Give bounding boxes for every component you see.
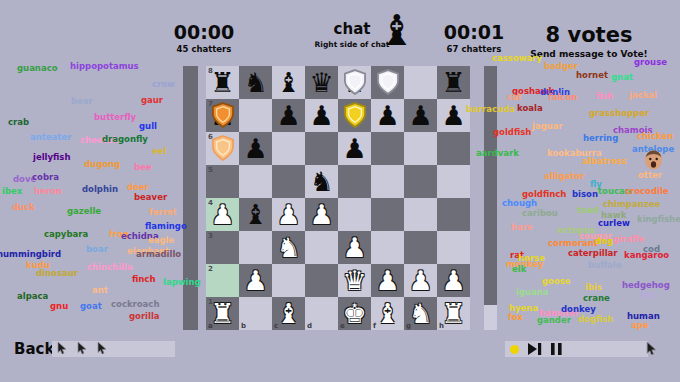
- chatter-name-buffalo: buffalo: [588, 261, 622, 270]
- square-f7[interactable]: ♟: [371, 99, 404, 132]
- chatter-name-alligator: alligator: [544, 172, 584, 181]
- right-clock-time: 00:01: [444, 21, 504, 43]
- square-e2[interactable]: ♛: [338, 264, 371, 297]
- chatter-name-hyena: hyena: [509, 304, 538, 313]
- chatter-name-goshawk: goshawk: [512, 87, 554, 96]
- chatter-name-hornet: hornet: [576, 71, 608, 80]
- square-a6[interactable]: 6: [206, 132, 239, 165]
- rank-label-1: 1: [208, 298, 213, 306]
- chatter-name-dinosaur: dinosaur: [36, 269, 78, 278]
- votes-hint: Send message to Vote!: [530, 49, 647, 59]
- chatter-name-crocodile: crocodile: [625, 187, 669, 196]
- square-d8[interactable]: ♛: [305, 66, 338, 99]
- app-window: 00:00 45 chatters chat Right side of cha…: [0, 0, 680, 382]
- rank-label-2: 2: [208, 265, 213, 273]
- chatter-name-kingfisher: kingfisher: [637, 215, 680, 224]
- chatter-name-crow: crow: [152, 80, 175, 89]
- right-chatter-bar-thumb: [484, 305, 497, 330]
- chatter-name-chimpanzee: chimpanzee: [603, 200, 660, 209]
- square-b2[interactable]: ♟: [239, 264, 272, 297]
- square-c3[interactable]: ♞: [272, 231, 305, 264]
- skip-button[interactable]: [528, 340, 542, 359]
- white-queen-e2: ♛: [338, 264, 371, 297]
- square-a8[interactable]: 8♜: [206, 66, 239, 99]
- square-g2[interactable]: ♟: [404, 264, 437, 297]
- chatter-name-jay: jay: [641, 290, 655, 299]
- orange-vote-shield-icon: [212, 101, 234, 127]
- chatter-name-aardvark: aardvark: [476, 149, 519, 158]
- square-h3[interactable]: [437, 231, 470, 264]
- square-e3[interactable]: ♟: [338, 231, 371, 264]
- square-a4[interactable]: 4♟: [206, 198, 239, 231]
- square-a5[interactable]: 5: [206, 165, 239, 198]
- black-bishop-c8: ♝: [272, 66, 305, 99]
- chatter-name-ibis: ibis: [585, 283, 602, 292]
- square-e4[interactable]: [338, 198, 371, 231]
- chatter-name-eagle: eagle: [148, 236, 174, 245]
- square-e1[interactable]: e♚: [338, 297, 371, 330]
- white-pawn-e3: ♟: [338, 231, 371, 264]
- chatter-name-cormorant: cormorant: [548, 239, 598, 248]
- chatter-name-echidna: echidna: [121, 232, 159, 241]
- chatter-name-dog: dog: [595, 237, 613, 246]
- chatter-name-curlew: curlew: [598, 219, 630, 228]
- chatter-name-chinchilla: chinchilla: [87, 263, 133, 272]
- chatter-name-jaguar: jaguar: [532, 122, 563, 131]
- chatter-name-cockroach: cockroach: [111, 300, 159, 309]
- chatter-name-chough: chough: [502, 199, 537, 208]
- chatter-name-gaur: gaur: [141, 96, 163, 105]
- chatter-name-fox: fox: [508, 313, 523, 322]
- rank-label-8: 8: [208, 67, 213, 75]
- square-f2[interactable]: ♟: [371, 264, 404, 297]
- chatter-name-cobra: cobra: [32, 173, 59, 182]
- pale-orange-vote-shield-icon: [212, 134, 234, 160]
- square-a3[interactable]: 3: [206, 231, 239, 264]
- chatter-name-toad: toad: [577, 206, 599, 215]
- square-f5[interactable]: [371, 165, 404, 198]
- chatter-name-dolphin: dolphin: [82, 185, 118, 194]
- chatter-name-caterpillar: caterpillar: [568, 249, 618, 258]
- square-f1[interactable]: f♝: [371, 297, 404, 330]
- square-c6[interactable]: [272, 132, 305, 165]
- chatter-name-crab: crab: [8, 118, 29, 127]
- file-label-d: d: [307, 322, 312, 330]
- chatter-name-hamster: hamster: [539, 309, 579, 318]
- chatter-name-caribou: caribou: [522, 209, 558, 218]
- square-h1[interactable]: h♜: [437, 297, 470, 330]
- square-c8[interactable]: ♝: [272, 66, 305, 99]
- file-label-b: b: [241, 322, 246, 330]
- chatter-name-dove: dove: [13, 175, 36, 184]
- file-label-f: f: [373, 322, 376, 330]
- chatter-name-dragonfly: dragonfly: [102, 135, 148, 144]
- chatter-name-elk: elk: [512, 265, 526, 274]
- chatter-name-dogfish: dogfish: [578, 315, 613, 324]
- white-vote-shield-icon: [344, 68, 366, 94]
- square-a7[interactable]: 7♟: [206, 99, 239, 132]
- square-b3[interactable]: [239, 231, 272, 264]
- black-bishop-icon: ♝: [378, 10, 416, 52]
- chatter-name-kangaroo: kangaroo: [624, 251, 669, 260]
- chatter-name-hedgehog: hedgehog: [622, 281, 670, 290]
- cursor-icon[interactable]: [57, 340, 68, 359]
- cursor-icon[interactable]: [97, 340, 108, 359]
- square-d2[interactable]: [305, 264, 338, 297]
- chatter-name-horse: horse: [518, 254, 545, 263]
- chess-board[interactable]: 8♜♞♝♛♚♜7♟♟♟♟♟♟6♟♟5♞4♟♝♟♟3♞♟2♟♛♟♟♟1a♜bc♝d…: [206, 66, 470, 330]
- chatter-name-hummingbird: hummingbird: [0, 250, 61, 259]
- chatter-name-grasshopper: grasshopper: [589, 109, 649, 118]
- square-g8[interactable]: [404, 66, 437, 99]
- chatter-name-giraffe: giraffe: [613, 235, 645, 244]
- square-b4[interactable]: ♝: [239, 198, 272, 231]
- white-vote-shield-icon: [377, 68, 399, 94]
- chatter-name-cheetah: cheetah: [80, 136, 118, 145]
- votes-count: 8 votes: [530, 23, 647, 47]
- chatter-name-iguana: iguana: [516, 288, 549, 297]
- square-b1[interactable]: b: [239, 297, 272, 330]
- chatter-name-eel: eel: [152, 147, 166, 156]
- face-image: [644, 149, 663, 174]
- square-c5[interactable]: [272, 165, 305, 198]
- chatter-name-ferret: ferret: [149, 208, 177, 217]
- white-pawn-h2: ♟: [437, 264, 470, 297]
- square-b5[interactable]: [239, 165, 272, 198]
- rank-label-6: 6: [208, 133, 213, 141]
- square-h4[interactable]: [437, 198, 470, 231]
- square-e8[interactable]: ♚: [338, 66, 371, 99]
- square-c2[interactable]: [272, 264, 305, 297]
- white-pawn-g2: ♟: [404, 264, 437, 297]
- chatter-name-gorilla: gorilla: [129, 312, 160, 321]
- chatter-name-cat: cat: [507, 93, 522, 102]
- cursor-icon[interactable]: [77, 340, 88, 359]
- chatter-name-frog: frog: [109, 230, 129, 239]
- chatter-name-elephant: elephant: [127, 247, 169, 256]
- back-button[interactable]: Back: [14, 340, 54, 358]
- chatter-name-koala: koala: [517, 104, 543, 113]
- square-g5[interactable]: [404, 165, 437, 198]
- black-king-e8: ♚: [338, 66, 371, 99]
- chatter-name-crane: crane: [583, 294, 610, 303]
- right-chatter-bar: [484, 66, 497, 330]
- chatter-name-falcon: falcon: [548, 93, 577, 102]
- black-knight-b8: ♞: [239, 66, 272, 99]
- white-pawn-f2: ♟: [371, 264, 404, 297]
- chatter-name-anteater: anteater: [30, 133, 71, 142]
- square-b8[interactable]: ♞: [239, 66, 272, 99]
- chatter-name-bison: bison: [572, 190, 598, 199]
- square-e5[interactable]: [338, 165, 371, 198]
- square-h7[interactable]: ♟: [437, 99, 470, 132]
- chatter-name-fish: fish: [596, 92, 613, 101]
- chatter-name-herring: herring: [583, 134, 618, 143]
- square-h2[interactable]: ♟: [437, 264, 470, 297]
- square-c7[interactable]: ♟: [272, 99, 305, 132]
- left-clock-time: 00:00: [174, 21, 234, 43]
- square-d6[interactable]: [305, 132, 338, 165]
- square-f4[interactable]: [371, 198, 404, 231]
- square-d3[interactable]: [305, 231, 338, 264]
- black-pawn-c7: ♟: [272, 99, 305, 132]
- square-f6[interactable]: [371, 132, 404, 165]
- square-a2[interactable]: 2: [206, 264, 239, 297]
- pause-button[interactable]: [551, 340, 562, 359]
- chatter-name-capybara: capybara: [44, 230, 88, 239]
- chatter-name-alpaca: alpaca: [17, 292, 48, 301]
- chatter-name-chamois: chamois: [613, 126, 653, 135]
- chatter-name-goose: goose: [542, 277, 571, 286]
- right-toolbar-strip: [505, 341, 648, 357]
- chatter-name-flamingo: flamingo: [145, 222, 187, 231]
- chatter-name-hawk: hawk: [601, 211, 626, 220]
- chatter-name-dunlin: dunlin: [540, 88, 570, 97]
- chatter-name-badger: badger: [544, 62, 578, 71]
- rank-label-7: 7: [208, 100, 213, 108]
- square-h6[interactable]: [437, 132, 470, 165]
- square-e7[interactable]: [338, 99, 371, 132]
- square-b7[interactable]: [239, 99, 272, 132]
- chatter-name-deer: deer: [127, 183, 149, 192]
- chatter-name-armadillo: armadillo: [136, 250, 181, 259]
- file-label-a: a: [208, 322, 213, 330]
- record-dot-icon[interactable]: [510, 345, 519, 354]
- chatter-name-finch: finch: [132, 275, 155, 284]
- chatter-name-hippopotamus: hippopotamus: [70, 62, 139, 71]
- chatter-name-fly: fly: [590, 180, 602, 189]
- chatter-name-ibex: ibex: [2, 187, 22, 196]
- square-h5[interactable]: [437, 165, 470, 198]
- rank-label-4: 4: [208, 199, 213, 207]
- file-label-g: g: [406, 322, 411, 330]
- black-pawn-h7: ♟: [437, 99, 470, 132]
- chatter-name-jellyfish: jellyfish: [33, 153, 70, 162]
- chatter-name-cod: cod: [643, 245, 660, 254]
- chatter-name-chicken: chicken: [637, 132, 673, 141]
- left-clock: 00:00 45 chatters: [174, 21, 234, 54]
- chatter-name-jackal: jackal: [629, 91, 657, 100]
- black-pawn-e6: ♟: [338, 132, 371, 165]
- left-chatter-bar: [183, 66, 198, 330]
- square-a1[interactable]: 1a♜: [206, 297, 239, 330]
- chatter-name-goldfinch: goldfinch: [522, 190, 566, 199]
- black-pawn-f7: ♟: [371, 99, 404, 132]
- square-f8[interactable]: [371, 66, 404, 99]
- left-toolbar-strip: [52, 341, 175, 357]
- chatter-name-octopus: octopus: [557, 226, 595, 235]
- black-rook-h8: ♜: [437, 66, 470, 99]
- square-h8[interactable]: ♜: [437, 66, 470, 99]
- chatter-name-bee: bee: [134, 163, 152, 172]
- right-clock-chatters: 67 chatters: [444, 44, 504, 54]
- square-e6[interactable]: ♟: [338, 132, 371, 165]
- right-clock: 00:01 67 chatters: [444, 21, 504, 54]
- chatter-name-monkey: monkey: [506, 260, 543, 269]
- white-pawn-d4: ♟: [305, 198, 338, 231]
- left-clock-chatters: 45 chatters: [174, 44, 234, 54]
- chatter-name-cougar: cougar: [579, 232, 612, 241]
- chatter-name-albatross: albatross: [582, 157, 627, 166]
- square-g7[interactable]: ♟: [404, 99, 437, 132]
- chatter-name-goldfish: goldfish: [493, 128, 531, 137]
- black-pawn-d7: ♟: [305, 99, 338, 132]
- chatter-name-goat: goat: [80, 302, 102, 311]
- square-b6[interactable]: ♟: [239, 132, 272, 165]
- chatter-name-duck: duck: [12, 203, 35, 212]
- square-d4[interactable]: ♟: [305, 198, 338, 231]
- file-label-e: e: [340, 322, 345, 330]
- chatter-name-kudu: kudu: [26, 261, 50, 270]
- chatter-name-beaver: beaver: [134, 193, 167, 202]
- chatter-name-ape: ape: [631, 321, 649, 330]
- black-queen-d8: ♛: [305, 66, 338, 99]
- square-d5[interactable]: ♞: [305, 165, 338, 198]
- square-c4[interactable]: ♟: [272, 198, 305, 231]
- file-label-c: c: [274, 322, 278, 330]
- chatter-name-butterfly: butterfly: [94, 113, 136, 122]
- file-label-h: h: [439, 322, 444, 330]
- black-bishop-b4: ♝: [239, 198, 272, 231]
- chatter-name-gander: gander: [537, 316, 571, 325]
- chatter-name-rat: rat: [510, 251, 524, 260]
- chatter-name-heron: heron: [34, 187, 62, 196]
- square-d7[interactable]: ♟: [305, 99, 338, 132]
- square-c1[interactable]: c♝: [272, 297, 305, 330]
- cursor-icon[interactable]: [646, 341, 658, 360]
- white-pawn-b2: ♟: [239, 264, 272, 297]
- chatter-name-boar: boar: [86, 245, 108, 254]
- chatter-name-guanaco: guanaco: [17, 64, 58, 73]
- rank-label-3: 3: [208, 232, 213, 240]
- square-g6[interactable]: [404, 132, 437, 165]
- square-g4[interactable]: [404, 198, 437, 231]
- chatter-name-toucan: toucan: [598, 187, 631, 196]
- white-knight-c3: ♞: [272, 231, 305, 264]
- chatter-name-gnat: gnat: [611, 73, 633, 82]
- square-g1[interactable]: g♞: [404, 297, 437, 330]
- black-pawn-b6: ♟: [239, 132, 272, 165]
- chatter-name-gull: gull: [139, 122, 157, 131]
- chatter-name-hare: hare: [511, 223, 533, 232]
- chatter-name-kookaburra: kookaburra: [547, 149, 602, 158]
- black-pawn-g7: ♟: [404, 99, 437, 132]
- chatter-name-ant: ant: [92, 286, 108, 295]
- chatter-name-grouse: grouse: [634, 58, 667, 67]
- votes-panel: 8 votes Send message to Vote!: [530, 23, 647, 59]
- chatter-name-dugong: dugong: [84, 160, 120, 169]
- black-knight-d5: ♞: [305, 165, 338, 198]
- chatter-name-gazelle: gazelle: [67, 207, 101, 216]
- chatter-name-gnu: gnu: [50, 302, 68, 311]
- rank-label-5: 5: [208, 166, 213, 174]
- white-pawn-c4: ♟: [272, 198, 305, 231]
- chatter-name-donkey: donkey: [561, 305, 596, 314]
- chatter-name-human: human: [627, 312, 660, 321]
- square-g3[interactable]: [404, 231, 437, 264]
- square-d1[interactable]: d: [305, 297, 338, 330]
- yellow-vote-shield-icon: [344, 101, 366, 127]
- chatter-name-bear: bear: [71, 97, 93, 106]
- square-f3[interactable]: [371, 231, 404, 264]
